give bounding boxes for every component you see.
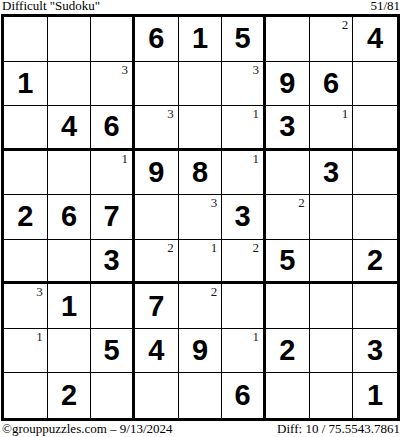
cell-r9c4[interactable]	[135, 373, 179, 418]
given-digit: 6	[61, 202, 77, 231]
cell-r2c7[interactable]: 9	[266, 62, 310, 107]
cell-r3c2[interactable]: 4	[48, 106, 92, 151]
cell-r9c6[interactable]: 6	[222, 373, 266, 418]
cell-r9c8[interactable]	[310, 373, 354, 418]
given-digit: 4	[61, 112, 77, 141]
given-digit: 3	[235, 202, 251, 231]
cell-r2c4[interactable]	[135, 62, 179, 107]
cell-r4c1[interactable]	[4, 151, 48, 196]
cell-r9c7[interactable]	[266, 373, 310, 418]
sudoku-board: 6152413396463131198132673323212523172154…	[1, 14, 400, 421]
cell-r3c6[interactable]: 1	[222, 106, 266, 151]
cell-r8c2[interactable]	[48, 329, 92, 374]
cell-r9c1[interactable]	[4, 373, 48, 418]
given-digit: 1	[61, 292, 77, 321]
given-digit: 2	[61, 381, 77, 410]
cell-r1c7[interactable]	[266, 17, 310, 62]
given-digit: 2	[367, 246, 383, 275]
pencil-mark: 3	[122, 63, 129, 76]
cell-r1c5[interactable]: 1	[179, 17, 223, 62]
cell-r7c7[interactable]	[266, 284, 310, 329]
cell-r7c9[interactable]	[353, 284, 397, 329]
pencil-mark: 3	[167, 107, 174, 120]
copyright-date: ©grouppuzzles.com – 9/13/2024	[2, 422, 173, 436]
cell-r4c3[interactable]: 1	[91, 151, 135, 196]
cell-r3c8[interactable]: 1	[310, 106, 354, 151]
pencil-mark: 1	[122, 152, 129, 165]
cell-r1c3[interactable]	[91, 17, 135, 62]
cell-r8c9[interactable]: 3	[353, 329, 397, 374]
cell-r6c4[interactable]: 2	[135, 240, 179, 285]
cell-r4c9[interactable]	[353, 151, 397, 196]
cell-r1c9[interactable]: 4	[353, 17, 397, 62]
given-digit: 3	[279, 112, 295, 141]
given-digit: 3	[104, 246, 120, 275]
cell-r5c6[interactable]: 3	[222, 195, 266, 240]
cell-r7c8[interactable]	[310, 284, 354, 329]
given-digit: 9	[148, 158, 164, 187]
cell-r9c5[interactable]	[179, 373, 223, 418]
cell-r6c1[interactable]	[4, 240, 48, 285]
cell-r5c9[interactable]	[353, 195, 397, 240]
cell-r4c6[interactable]: 1	[222, 151, 266, 196]
given-digit: 4	[148, 336, 164, 365]
pencil-mark: 3	[253, 63, 260, 76]
cell-r7c4[interactable]: 7	[135, 284, 179, 329]
cell-r9c9[interactable]: 1	[353, 373, 397, 418]
cell-r4c4[interactable]: 9	[135, 151, 179, 196]
puzzle-title: Difficult "Sudoku"	[2, 0, 100, 13]
given-digit: 4	[367, 24, 383, 53]
difficulty-rating: Diff: 10 / 75.5543.7861	[277, 422, 400, 436]
cell-r8c8[interactable]	[310, 329, 354, 374]
given-digit: 1	[17, 69, 33, 98]
page-header: Difficult "Sudoku" 51/81	[2, 0, 400, 13]
cell-r6c8[interactable]	[310, 240, 354, 285]
pencil-mark: 1	[211, 241, 218, 254]
page-footer: ©grouppuzzles.com – 9/13/2024 Diff: 10 /…	[2, 422, 400, 436]
given-digit: 7	[148, 292, 164, 321]
cell-r5c4[interactable]	[135, 195, 179, 240]
cell-r5c5[interactable]: 3	[179, 195, 223, 240]
empty-cell-counter: 51/81	[370, 0, 400, 13]
given-digit: 7	[104, 202, 120, 231]
cell-r8c7[interactable]: 2	[266, 329, 310, 374]
cell-r2c8[interactable]: 6	[310, 62, 354, 107]
cell-r4c8[interactable]: 3	[310, 151, 354, 196]
cell-r2c2[interactable]	[48, 62, 92, 107]
cell-r1c4[interactable]: 6	[135, 17, 179, 62]
cell-r5c8[interactable]	[310, 195, 354, 240]
cell-r3c7[interactable]: 3	[266, 106, 310, 151]
pencil-mark: 2	[253, 241, 260, 254]
pencil-mark: 2	[167, 241, 174, 254]
pencil-mark: 1	[253, 330, 260, 343]
cell-r2c5[interactable]	[179, 62, 223, 107]
cell-r1c1[interactable]	[4, 17, 48, 62]
given-digit: 5	[279, 246, 295, 275]
cell-r6c5[interactable]: 1	[179, 240, 223, 285]
cell-r3c3[interactable]: 6	[91, 106, 135, 151]
cell-r9c3[interactable]	[91, 373, 135, 418]
cell-r7c1[interactable]: 3	[4, 284, 48, 329]
given-digit: 5	[235, 24, 251, 53]
cell-r8c4[interactable]: 4	[135, 329, 179, 374]
cell-r2c6[interactable]: 3	[222, 62, 266, 107]
given-digit: 1	[192, 24, 208, 53]
cell-r2c1[interactable]: 1	[4, 62, 48, 107]
given-digit: 6	[323, 69, 339, 98]
cell-r7c6[interactable]	[222, 284, 266, 329]
given-digit: 3	[323, 158, 339, 187]
cell-r3c4[interactable]: 3	[135, 106, 179, 151]
pencil-mark: 2	[298, 196, 305, 209]
given-digit: 5	[104, 336, 120, 365]
pencil-mark: 3	[211, 196, 218, 209]
given-digit: 2	[17, 202, 33, 231]
cell-r3c1[interactable]	[4, 106, 48, 151]
puzzle-page: Difficult "Sudoku" 51/81 615241339646313…	[0, 0, 402, 437]
cell-r6c2[interactable]	[48, 240, 92, 285]
given-digit: 3	[367, 336, 383, 365]
cell-r3c9[interactable]	[353, 106, 397, 151]
cell-r1c2[interactable]	[48, 17, 92, 62]
cell-r1c6[interactable]: 5	[222, 17, 266, 62]
cell-r9c2[interactable]: 2	[48, 373, 92, 418]
given-digit: 6	[235, 381, 251, 410]
cell-r8c5[interactable]: 9	[179, 329, 223, 374]
pencil-mark: 2	[342, 18, 349, 31]
cell-r5c2[interactable]: 6	[48, 195, 92, 240]
pencil-mark: 1	[253, 152, 260, 165]
cell-r5c1[interactable]: 2	[4, 195, 48, 240]
cell-r6c7[interactable]: 5	[266, 240, 310, 285]
given-digit: 8	[192, 158, 208, 187]
pencil-mark: 1	[342, 107, 349, 120]
pencil-mark: 1	[253, 107, 260, 120]
cell-r5c3[interactable]: 7	[91, 195, 135, 240]
cell-r7c3[interactable]	[91, 284, 135, 329]
cell-r8c3[interactable]: 5	[91, 329, 135, 374]
given-digit: 6	[104, 112, 120, 141]
cell-r4c2[interactable]	[48, 151, 92, 196]
cell-r3c5[interactable]	[179, 106, 223, 151]
given-digit: 2	[279, 336, 295, 365]
pencil-mark: 2	[211, 285, 218, 298]
cell-r2c9[interactable]	[353, 62, 397, 107]
cell-r6c3[interactable]: 3	[91, 240, 135, 285]
cell-r8c1[interactable]: 1	[4, 329, 48, 374]
given-digit: 6	[148, 24, 164, 53]
cell-r4c7[interactable]	[266, 151, 310, 196]
cell-r8c6[interactable]: 1	[222, 329, 266, 374]
cell-r5c7[interactable]: 2	[266, 195, 310, 240]
cell-r6c9[interactable]: 2	[353, 240, 397, 285]
given-digit: 1	[367, 381, 383, 410]
pencil-mark: 3	[36, 285, 43, 298]
cell-r1c8[interactable]: 2	[310, 17, 354, 62]
pencil-mark: 1	[36, 330, 43, 343]
cell-r7c5[interactable]: 2	[179, 284, 223, 329]
given-digit: 9	[279, 69, 295, 98]
given-digit: 9	[192, 336, 208, 365]
cell-r2c3[interactable]: 3	[91, 62, 135, 107]
cell-r4c5[interactable]: 8	[179, 151, 223, 196]
cell-r6c6[interactable]: 2	[222, 240, 266, 285]
cell-r7c2[interactable]: 1	[48, 284, 92, 329]
